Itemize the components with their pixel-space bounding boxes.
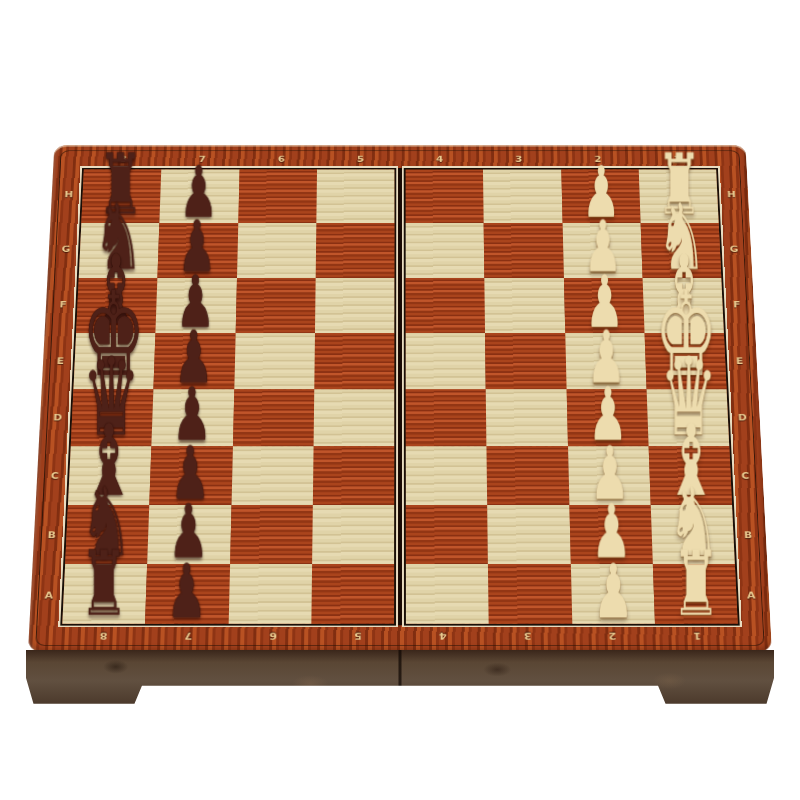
coordinate-label: G <box>53 222 78 277</box>
square-d3[interactable] <box>486 389 568 446</box>
square-g4[interactable] <box>406 223 485 277</box>
coordinate-label: B <box>735 505 762 565</box>
piece-black-pawn[interactable]: ♟ <box>166 554 207 629</box>
piece-black-rook[interactable]: ♜ <box>79 540 128 629</box>
square-d6[interactable] <box>232 389 314 446</box>
piece-white-pawn[interactable]: ♟ <box>593 554 634 629</box>
square-d5[interactable] <box>313 389 394 446</box>
square-c5[interactable] <box>313 446 395 504</box>
coordinate-label: G <box>721 222 746 277</box>
coordinate-label: C <box>732 447 758 506</box>
coordinate-label: E <box>727 333 753 390</box>
coordinate-label: C <box>42 447 68 506</box>
square-f3[interactable] <box>485 278 565 333</box>
square-g3[interactable] <box>484 223 564 277</box>
coordinate-label: H <box>56 168 81 222</box>
square-f6[interactable] <box>235 278 315 333</box>
square-f5[interactable] <box>315 278 395 333</box>
piece-white-rook[interactable]: ♜ <box>672 540 721 629</box>
square-f4[interactable] <box>406 278 486 333</box>
board-front-edge <box>26 650 774 706</box>
coordinate-label: 5 <box>321 150 400 168</box>
square-g5[interactable] <box>315 223 394 277</box>
square-b5[interactable] <box>312 505 394 564</box>
square-d4[interactable] <box>406 389 487 446</box>
coordinate-label: E <box>47 333 73 390</box>
coordinate-label: 6 <box>242 150 321 168</box>
square-g6[interactable] <box>237 223 317 277</box>
coordinate-label: F <box>724 277 750 333</box>
playing-area: ♜♟♞♟♝♟♚♟♛♟♝♟♞♟♜♟ ♟♜♟♞♟♝♟♚♟♛♟♝♟♞♟♜ <box>60 168 739 626</box>
coordinate-label: D <box>729 389 755 447</box>
coordinate-label: F <box>50 277 76 333</box>
square-b4[interactable] <box>406 505 488 564</box>
square-c3[interactable] <box>487 446 569 504</box>
coordinate-label: 3 <box>479 150 558 168</box>
board-half-right: ♟♜♟♞♟♝♟♚♟♛♟♝♟♞♟♜ <box>404 168 740 626</box>
chess-board: 87654321 87654321 HGFEDCBA HGFEDCBA ♜♟♞♟… <box>28 145 772 652</box>
square-b3[interactable] <box>487 505 570 564</box>
square-c6[interactable] <box>231 446 313 504</box>
rank-labels-top: 87654321 <box>83 150 717 168</box>
board-half-left: ♜♟♞♟♝♟♚♟♛♟♝♟♞♟♜♟ <box>60 168 396 626</box>
coordinate-label: D <box>45 389 71 447</box>
coordinate-label: A <box>35 565 62 626</box>
coordinate-label: 4 <box>400 150 479 168</box>
hinge-front-seam <box>398 650 402 706</box>
square-b6[interactable] <box>230 505 313 564</box>
product-photo-scene: 87654321 87654321 HGFEDCBA HGFEDCBA ♜♟♞♟… <box>0 0 800 800</box>
coordinate-label: B <box>38 505 65 565</box>
square-c4[interactable] <box>406 446 488 504</box>
coordinate-label: H <box>719 168 744 222</box>
coordinate-label: A <box>738 565 765 626</box>
